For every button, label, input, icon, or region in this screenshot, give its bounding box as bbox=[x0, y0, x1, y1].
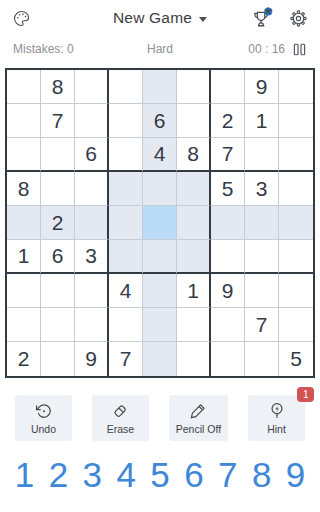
cell-r7c4[interactable]: 4 bbox=[109, 274, 143, 308]
pencil-toggle-button[interactable]: Pencil Off bbox=[169, 395, 228, 441]
cell-r4c3[interactable] bbox=[75, 172, 109, 206]
cell-r6c5[interactable] bbox=[143, 240, 177, 274]
cell-r6c8[interactable] bbox=[245, 240, 279, 274]
cell-r8c5[interactable] bbox=[143, 308, 177, 342]
sudoku-app: New Game ★ bbox=[0, 0, 320, 512]
cell-r5c9[interactable] bbox=[279, 206, 313, 240]
pause-icon bbox=[292, 42, 307, 57]
cell-r9c3[interactable]: 9 bbox=[75, 342, 109, 376]
top-bar: New Game ★ bbox=[0, 0, 320, 36]
cell-r5c6[interactable] bbox=[177, 206, 211, 240]
hint-label: Hint bbox=[267, 423, 286, 435]
caret-down-icon bbox=[199, 17, 207, 22]
cell-r9c8[interactable] bbox=[245, 342, 279, 376]
toolbar: Undo Erase Pencil Off bbox=[0, 395, 320, 441]
cell-r2c4[interactable] bbox=[109, 104, 143, 138]
cell-r1c7[interactable] bbox=[211, 70, 245, 104]
cell-r4c4[interactable] bbox=[109, 172, 143, 206]
numpad-5[interactable]: 5 bbox=[145, 454, 176, 496]
pencil-icon bbox=[187, 400, 209, 422]
hint-button[interactable]: Hint 1 bbox=[248, 395, 305, 441]
cell-r7c7[interactable]: 9 bbox=[211, 274, 245, 308]
cell-r5c1[interactable] bbox=[7, 206, 41, 240]
cell-r2c3[interactable] bbox=[75, 104, 109, 138]
cell-r5c3[interactable] bbox=[75, 206, 109, 240]
cell-r2c9[interactable] bbox=[279, 104, 313, 138]
cell-r9c9[interactable]: 5 bbox=[279, 342, 313, 376]
cell-r9c1[interactable]: 2 bbox=[7, 342, 41, 376]
cell-r9c4[interactable]: 7 bbox=[109, 342, 143, 376]
cell-r5c5[interactable] bbox=[143, 206, 177, 240]
cell-r1c2[interactable]: 8 bbox=[41, 70, 75, 104]
cell-r3c6[interactable]: 8 bbox=[177, 138, 211, 172]
cell-r7c6[interactable]: 1 bbox=[177, 274, 211, 308]
numpad-9[interactable]: 9 bbox=[280, 454, 311, 496]
cell-r3c4[interactable] bbox=[109, 138, 143, 172]
cell-r8c9[interactable] bbox=[279, 308, 313, 342]
cell-r7c1[interactable] bbox=[7, 274, 41, 308]
cell-r4c5[interactable] bbox=[143, 172, 177, 206]
cell-r1c1[interactable] bbox=[7, 70, 41, 104]
cell-r1c3[interactable] bbox=[75, 70, 109, 104]
cell-r3c7[interactable]: 7 bbox=[211, 138, 245, 172]
cell-r1c8[interactable]: 9 bbox=[245, 70, 279, 104]
numpad-3[interactable]: 3 bbox=[77, 454, 108, 496]
trophy-button[interactable]: ★ bbox=[248, 4, 276, 32]
status-bar: Mistakes: 0 Hard 00 : 16 bbox=[0, 36, 320, 62]
cell-r8c4[interactable] bbox=[109, 308, 143, 342]
cell-r1c4[interactable] bbox=[109, 70, 143, 104]
difficulty-label: Hard bbox=[147, 42, 173, 56]
cell-r6c1[interactable]: 1 bbox=[7, 240, 41, 274]
cell-r8c6[interactable] bbox=[177, 308, 211, 342]
numpad-6[interactable]: 6 bbox=[178, 454, 209, 496]
hint-badge: 1 bbox=[297, 387, 314, 402]
undo-icon bbox=[33, 400, 55, 422]
cell-r4c7[interactable]: 5 bbox=[211, 172, 245, 206]
page-title: New Game bbox=[113, 9, 192, 27]
timer: 00 : 16 bbox=[248, 42, 285, 56]
cell-r9c6[interactable] bbox=[177, 342, 211, 376]
cell-r3c8[interactable] bbox=[245, 138, 279, 172]
cell-r3c3[interactable]: 6 bbox=[75, 138, 109, 172]
top-right-icons: ★ bbox=[248, 4, 310, 32]
cell-r8c7[interactable] bbox=[211, 308, 245, 342]
cell-r4c8[interactable]: 3 bbox=[245, 172, 279, 206]
cell-r3c9[interactable] bbox=[279, 138, 313, 172]
cell-r3c1[interactable] bbox=[7, 138, 41, 172]
board: 8976216487853216341972975 bbox=[5, 68, 315, 378]
cell-r5c4[interactable] bbox=[109, 206, 143, 240]
cell-r5c2[interactable]: 2 bbox=[41, 206, 75, 240]
cell-r3c5[interactable]: 4 bbox=[143, 138, 177, 172]
number-pad: 123456789 bbox=[0, 454, 320, 496]
settings-button[interactable] bbox=[287, 7, 310, 30]
cell-r2c1[interactable] bbox=[7, 104, 41, 138]
pause-button[interactable] bbox=[292, 42, 307, 57]
theme-palette-button[interactable] bbox=[10, 7, 33, 30]
cell-r6c7[interactable] bbox=[211, 240, 245, 274]
cell-r1c5[interactable] bbox=[143, 70, 177, 104]
cell-r4c2[interactable] bbox=[41, 172, 75, 206]
cell-r7c9[interactable] bbox=[279, 274, 313, 308]
cell-r2c8[interactable]: 1 bbox=[245, 104, 279, 138]
numpad-4[interactable]: 4 bbox=[111, 454, 142, 496]
cell-r6c6[interactable] bbox=[177, 240, 211, 274]
cell-r2c5[interactable]: 6 bbox=[143, 104, 177, 138]
numpad-2[interactable]: 2 bbox=[43, 454, 74, 496]
cell-r8c3[interactable] bbox=[75, 308, 109, 342]
erase-button[interactable]: Erase bbox=[92, 395, 149, 441]
palette-icon bbox=[12, 9, 31, 28]
cell-r4c6[interactable] bbox=[177, 172, 211, 206]
numpad-1[interactable]: 1 bbox=[9, 454, 40, 496]
cell-r1c9[interactable] bbox=[279, 70, 313, 104]
cell-r1c6[interactable] bbox=[177, 70, 211, 104]
undo-button[interactable]: Undo bbox=[15, 395, 72, 441]
cell-r8c1[interactable] bbox=[7, 308, 41, 342]
numpad-8[interactable]: 8 bbox=[246, 454, 277, 496]
pencil-label: Pencil Off bbox=[176, 423, 221, 435]
new-game-dropdown[interactable]: New Game bbox=[113, 9, 207, 27]
settings-gear-icon bbox=[289, 9, 308, 28]
cell-r5c8[interactable] bbox=[245, 206, 279, 240]
svg-text:★: ★ bbox=[266, 8, 271, 14]
undo-label: Undo bbox=[31, 423, 56, 435]
cell-r8c2[interactable] bbox=[41, 308, 75, 342]
cell-r9c2[interactable] bbox=[41, 342, 75, 376]
trophy-icon: ★ bbox=[250, 6, 274, 30]
cell-r2c2[interactable]: 7 bbox=[41, 104, 75, 138]
cell-r8c8[interactable]: 7 bbox=[245, 308, 279, 342]
cell-r2c6[interactable] bbox=[177, 104, 211, 138]
cell-r3c2[interactable] bbox=[41, 138, 75, 172]
mistakes-counter: Mistakes: 0 bbox=[13, 42, 74, 56]
cell-r2c7[interactable]: 2 bbox=[211, 104, 245, 138]
eraser-icon bbox=[109, 400, 131, 422]
cell-r9c7[interactable] bbox=[211, 342, 245, 376]
cell-r7c5[interactable] bbox=[143, 274, 177, 308]
cell-r6c3[interactable]: 3 bbox=[75, 240, 109, 274]
timer-group: 00 : 16 bbox=[248, 42, 307, 57]
cell-r6c4[interactable] bbox=[109, 240, 143, 274]
erase-label: Erase bbox=[107, 423, 134, 435]
cell-r7c8[interactable] bbox=[245, 274, 279, 308]
cell-r5c7[interactable] bbox=[211, 206, 245, 240]
cell-r4c9[interactable] bbox=[279, 172, 313, 206]
cell-r6c2[interactable]: 6 bbox=[41, 240, 75, 274]
cell-r6c9[interactable] bbox=[279, 240, 313, 274]
numpad-7[interactable]: 7 bbox=[212, 454, 243, 496]
hint-bulb-icon bbox=[266, 400, 288, 422]
cell-r7c3[interactable] bbox=[75, 274, 109, 308]
cell-r4c1[interactable]: 8 bbox=[7, 172, 41, 206]
cell-r7c2[interactable] bbox=[41, 274, 75, 308]
cell-r9c5[interactable] bbox=[143, 342, 177, 376]
